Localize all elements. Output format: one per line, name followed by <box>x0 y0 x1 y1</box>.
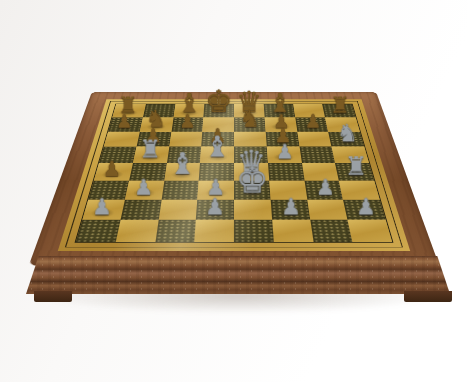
square-b2 <box>120 199 161 219</box>
square-e8: ♛ <box>234 104 264 117</box>
square-b4 <box>129 163 167 181</box>
moulded-plinth <box>26 256 450 294</box>
square-f6: ♟ <box>265 132 299 147</box>
chess-board: ♜♝♚♛♝♜♟♞♟♞♟♟♟♟♟♞♜♝♟♟♝♛♜♟♟♚♟♟♟♟♟ <box>29 92 440 266</box>
square-b8 <box>143 104 175 117</box>
square-d6: ♟ <box>201 132 234 147</box>
square-f7: ♟ <box>264 117 296 131</box>
square-g4 <box>302 163 340 181</box>
chessboard-photo: ♜♝♚♛♝♜♟♞♟♞♟♟♟♟♟♞♜♝♟♟♝♛♜♟♟♚♟♟♟♟♟ <box>0 0 468 382</box>
square-c2 <box>158 199 197 219</box>
square-g2 <box>307 199 348 219</box>
square-b7: ♞ <box>140 117 174 131</box>
square-c5 <box>167 147 202 163</box>
gold-queen: ♛ <box>234 87 264 116</box>
square-e7: ♞ <box>234 117 265 131</box>
square-c6 <box>169 132 203 147</box>
square-b5: ♜ <box>133 147 169 163</box>
gold-bishop: ♝ <box>173 90 203 116</box>
square-h6: ♞ <box>328 132 364 147</box>
square-d1 <box>194 220 234 242</box>
square-c4: ♝ <box>164 163 200 181</box>
square-f8: ♝ <box>263 104 294 117</box>
square-h3 <box>339 181 380 200</box>
square-g1 <box>310 220 353 242</box>
square-f1 <box>272 220 313 242</box>
board-grid: ♜♝♚♛♝♜♟♞♟♞♟♟♟♟♟♞♜♝♟♟♝♛♜♟♟♚♟♟♟♟♟ <box>75 104 394 243</box>
square-e2 <box>234 199 272 219</box>
square-f3 <box>269 181 307 200</box>
gold-rook: ♜ <box>113 94 143 116</box>
square-a2: ♟ <box>82 199 124 219</box>
left-foot <box>34 291 72 302</box>
square-a1 <box>76 220 120 242</box>
square-h4: ♜ <box>335 163 374 181</box>
square-h7 <box>325 117 360 131</box>
square-h8: ♜ <box>322 104 355 117</box>
square-d3: ♟ <box>198 181 234 200</box>
square-h5 <box>332 147 369 163</box>
square-e6 <box>234 132 267 147</box>
square-c3 <box>161 181 199 200</box>
brass-field: ♜♝♚♛♝♜♟♞♟♞♟♟♟♟♟♞♜♝♟♟♝♛♜♟♟♚♟♟♟♟♟ <box>58 99 410 251</box>
square-g8 <box>293 104 325 117</box>
right-foot <box>404 291 452 302</box>
square-a8: ♜ <box>112 104 145 117</box>
square-f2: ♟ <box>270 199 309 219</box>
square-e4: ♛ <box>234 163 269 181</box>
square-d2: ♟ <box>196 199 234 219</box>
silver-pawn: ♟ <box>196 196 234 218</box>
silver-pawn: ♟ <box>268 142 302 162</box>
square-c1 <box>155 220 196 242</box>
square-b3: ♟ <box>125 181 164 200</box>
square-d5: ♝ <box>200 147 234 163</box>
square-b1 <box>115 220 158 242</box>
square-g5 <box>299 147 335 163</box>
square-a7: ♟ <box>108 117 143 131</box>
silver-rook: ♜ <box>339 153 374 179</box>
square-d7 <box>203 117 234 131</box>
square-f4 <box>268 163 304 181</box>
silver-pawn: ♟ <box>272 196 310 218</box>
square-a3 <box>88 181 129 200</box>
square-c7: ♟ <box>171 117 203 131</box>
silver-pawn: ♟ <box>83 196 121 218</box>
square-d8: ♚ <box>204 104 234 117</box>
gold-bishop: ♝ <box>264 90 294 116</box>
square-g7: ♟ <box>295 117 329 131</box>
square-c8: ♝ <box>173 104 204 117</box>
square-d4 <box>199 163 234 181</box>
gold-rook: ♜ <box>325 94 355 116</box>
square-f5: ♟ <box>267 147 302 163</box>
silver-pawn: ♟ <box>347 196 385 218</box>
square-h1 <box>348 220 392 242</box>
square-e5 <box>234 147 268 163</box>
square-g6 <box>297 132 332 147</box>
square-a4: ♟ <box>94 163 133 181</box>
wooden-frame: ♜♝♚♛♝♜♟♞♟♞♟♟♟♟♟♞♜♝♟♟♝♛♜♟♟♚♟♟♟♟♟ <box>29 92 440 266</box>
square-a6 <box>104 132 140 147</box>
square-b6: ♟ <box>136 132 171 147</box>
square-h2: ♟ <box>343 199 385 219</box>
square-a5 <box>99 147 136 163</box>
gold-king: ♚ <box>204 86 234 117</box>
square-g3: ♟ <box>304 181 343 200</box>
square-e3: ♚ <box>234 181 270 200</box>
square-e1 <box>234 220 274 242</box>
